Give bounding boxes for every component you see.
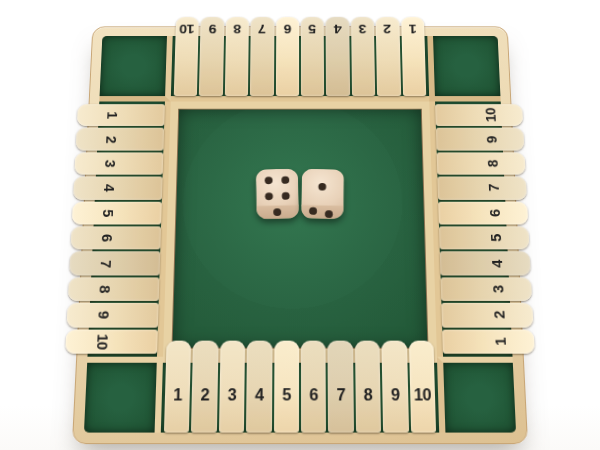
corner-tray-bottom-right — [437, 357, 516, 433]
tile-number: 7 — [336, 386, 345, 404]
tile-top-2[interactable]: 2 — [376, 17, 401, 96]
die-pip — [273, 208, 281, 216]
tile-number: 10 — [180, 22, 195, 37]
tile-right-6[interactable]: 6 — [438, 201, 528, 224]
tile-number: 9 — [391, 386, 400, 404]
die-top-face-1 — [301, 168, 344, 206]
die-pip — [309, 207, 317, 215]
die-pip — [281, 176, 289, 184]
tile-right-1[interactable]: 1 — [442, 329, 535, 353]
tile-tray-bottom: 1 2 3 4 5 6 7 8 9 10 — [161, 357, 439, 433]
tile-right-9[interactable]: 9 — [436, 128, 525, 150]
tile-number: 6 — [485, 209, 502, 216]
tile-number: 1 — [409, 22, 417, 37]
tile-number: 6 — [98, 234, 115, 242]
tile-number: 1 — [173, 386, 182, 404]
tile-top-9[interactable]: 9 — [199, 17, 224, 96]
corner-tray-bottom-left — [84, 357, 163, 433]
tile-number: 9 — [208, 22, 216, 37]
tile-number: 8 — [234, 22, 242, 37]
center-felt — [163, 102, 437, 357]
tile-number: 6 — [284, 22, 291, 37]
die-pip — [265, 176, 273, 184]
tile-left-9[interactable]: 9 — [66, 303, 158, 327]
tile-number: 10 — [414, 386, 432, 404]
tile-tray-right: 10 9 8 7 6 5 4 3 2 1 — [429, 102, 512, 357]
tile-number: 10 — [481, 108, 498, 122]
tile-number: 5 — [282, 386, 291, 404]
tile-number: 9 — [482, 136, 499, 143]
tile-number: 8 — [96, 285, 113, 293]
tile-number: 4 — [101, 184, 118, 191]
tile-right-2[interactable]: 2 — [441, 303, 533, 327]
board-inner: 10 9 8 7 6 5 4 3 2 1 1 2 3 4 5 — [84, 36, 516, 433]
tile-number: 3 — [488, 285, 505, 293]
tile-number: 3 — [102, 160, 119, 167]
tile-right-5[interactable]: 5 — [439, 226, 530, 249]
tile-number: 8 — [364, 386, 373, 404]
tile-right-4[interactable]: 4 — [440, 252, 531, 276]
die-left[interactable] — [256, 168, 299, 219]
die-pip — [318, 183, 326, 191]
tile-number: 4 — [334, 22, 342, 37]
tile-number: 6 — [309, 386, 318, 404]
tile-bottom-4[interactable]: 4 — [246, 341, 272, 433]
tile-number: 5 — [99, 209, 116, 216]
tile-number: 5 — [309, 22, 316, 37]
dice-pair — [256, 169, 344, 219]
tile-number: 2 — [200, 386, 209, 404]
photo-background: 10 9 8 7 6 5 4 3 2 1 1 2 3 4 5 — [0, 0, 600, 450]
tile-bottom-9[interactable]: 9 — [382, 341, 409, 433]
tile-right-10[interactable]: 10 — [435, 104, 523, 126]
tile-top-4[interactable]: 4 — [326, 17, 350, 96]
tile-right-3[interactable]: 3 — [441, 277, 533, 301]
tile-top-1[interactable]: 1 — [401, 17, 426, 96]
tile-left-8[interactable]: 8 — [68, 277, 160, 301]
tile-number: 2 — [103, 136, 120, 143]
tile-number: 2 — [384, 22, 392, 37]
tile-bottom-1[interactable]: 1 — [164, 341, 192, 433]
tile-bottom-6[interactable]: 6 — [301, 341, 326, 433]
tile-number: 7 — [484, 184, 501, 191]
tile-number: 7 — [259, 22, 267, 37]
tile-number: 1 — [104, 112, 121, 119]
tile-number: 9 — [95, 311, 113, 319]
die-pip — [282, 192, 290, 200]
tile-number: 1 — [491, 338, 509, 346]
tile-tray-left: 1 2 3 4 5 6 7 8 9 10 — [87, 102, 170, 357]
tile-bottom-7[interactable]: 7 — [328, 341, 354, 433]
tile-bottom-2[interactable]: 2 — [191, 341, 218, 433]
shut-the-box-board: 10 9 8 7 6 5 4 3 2 1 1 2 3 4 5 — [72, 26, 528, 444]
tile-number: 2 — [489, 311, 507, 319]
die-front-face-2 — [301, 205, 344, 219]
tile-left-6[interactable]: 6 — [70, 226, 161, 249]
corner-tray-top-left — [99, 36, 172, 102]
die-pip — [325, 210, 333, 218]
tile-left-5[interactable]: 5 — [72, 201, 162, 224]
tile-left-1[interactable]: 1 — [77, 104, 165, 126]
tile-right-7[interactable]: 7 — [437, 177, 527, 200]
tile-top-10[interactable]: 10 — [174, 17, 199, 96]
tile-left-7[interactable]: 7 — [69, 252, 160, 276]
die-pip — [265, 192, 273, 200]
die-front-face-1 — [256, 205, 299, 219]
tile-number: 3 — [359, 22, 367, 37]
tile-top-3[interactable]: 3 — [351, 17, 375, 96]
corner-tray-top-right — [427, 36, 500, 102]
tile-bottom-3[interactable]: 3 — [219, 341, 245, 433]
tile-bottom-8[interactable]: 8 — [355, 341, 381, 433]
tile-top-5[interactable]: 5 — [301, 17, 325, 96]
tile-number: 8 — [483, 160, 500, 167]
tile-number: 4 — [487, 260, 504, 268]
tile-left-10[interactable]: 10 — [65, 329, 158, 353]
tile-number: 4 — [255, 386, 264, 404]
tile-top-7[interactable]: 7 — [250, 17, 274, 96]
tile-number: 7 — [97, 260, 114, 268]
tile-number: 10 — [93, 334, 111, 350]
die-right[interactable] — [301, 168, 344, 218]
tile-left-2[interactable]: 2 — [76, 128, 165, 150]
tile-number: 3 — [228, 386, 237, 404]
tile-tray-top: 10 9 8 7 6 5 4 3 2 1 — [171, 36, 430, 102]
tile-number: 5 — [486, 234, 503, 242]
tile-top-6[interactable]: 6 — [276, 17, 300, 96]
board-scene: 10 9 8 7 6 5 4 3 2 1 1 2 3 4 5 — [72, 26, 528, 444]
tile-bottom-5[interactable]: 5 — [274, 341, 299, 433]
tile-bottom-10[interactable]: 10 — [409, 341, 437, 433]
die-top-face-4 — [256, 168, 299, 206]
tile-left-4[interactable]: 4 — [73, 177, 163, 200]
tile-right-8[interactable]: 8 — [437, 152, 526, 175]
tile-left-3[interactable]: 3 — [74, 152, 163, 175]
tile-top-8[interactable]: 8 — [225, 17, 249, 96]
